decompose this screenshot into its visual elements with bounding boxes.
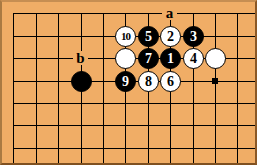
stone-white-6: 6 — [160, 71, 181, 92]
stone-white-10: 10 — [115, 26, 136, 47]
stone-white-4: 4 — [183, 48, 204, 69]
go-board: ab10523714986 — [0, 0, 257, 165]
stone-black-9: 9 — [115, 71, 136, 92]
stone-white-plain — [205, 48, 226, 69]
stone-black-5: 5 — [138, 26, 159, 47]
star-point — [212, 78, 218, 84]
stone-black-7: 7 — [138, 48, 159, 69]
stone-white-plain — [115, 48, 136, 69]
stone-white-2: 2 — [160, 26, 181, 47]
point-label-a: a — [162, 6, 177, 20]
point-label-b: b — [73, 51, 88, 65]
stone-white-8: 8 — [138, 71, 159, 92]
stone-black-3: 3 — [183, 26, 204, 47]
stone-black-1: 1 — [160, 48, 181, 69]
stone-black-plain — [71, 71, 92, 92]
